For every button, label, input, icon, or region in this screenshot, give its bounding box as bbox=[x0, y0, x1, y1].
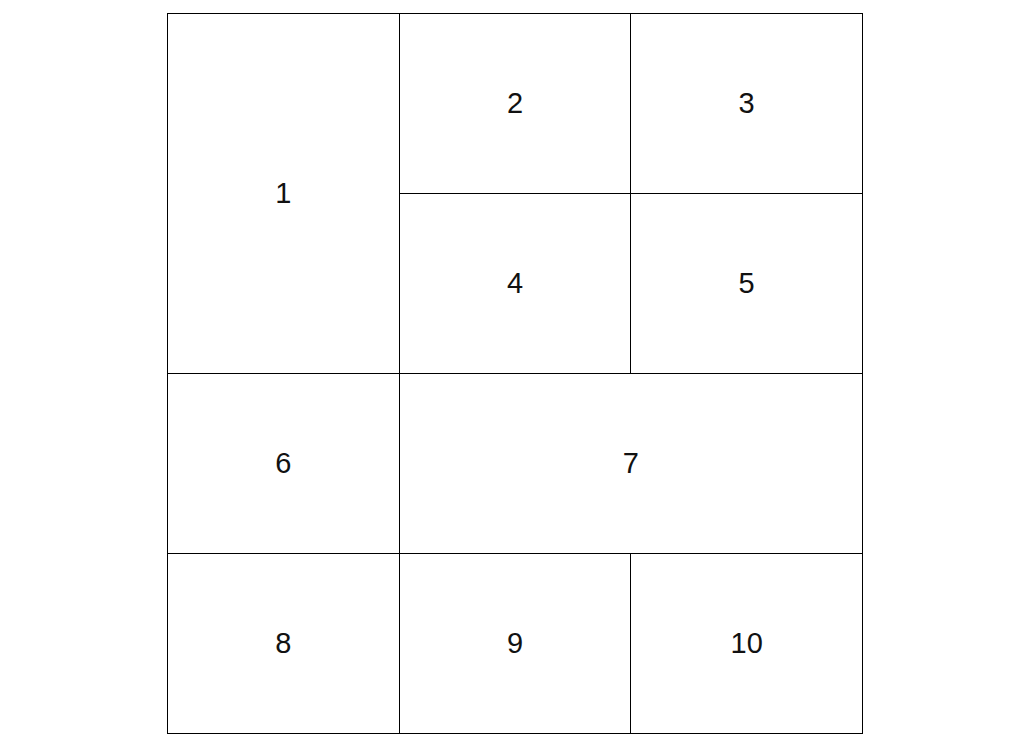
cell-6: 6 bbox=[167, 373, 399, 553]
cell-5: 5 bbox=[630, 193, 862, 373]
cell-1-label: 1 bbox=[275, 179, 291, 208]
cell-8-label: 8 bbox=[275, 629, 291, 658]
cell-6-label: 6 bbox=[275, 449, 291, 478]
cell-7: 7 bbox=[399, 373, 862, 553]
cell-5-label: 5 bbox=[739, 269, 755, 298]
cell-9: 9 bbox=[399, 553, 631, 733]
cell-7-label: 7 bbox=[623, 449, 639, 478]
cell-10: 10 bbox=[630, 553, 862, 733]
cell-4-label: 4 bbox=[507, 269, 523, 298]
cell-2-label: 2 bbox=[507, 89, 523, 118]
cell-9-label: 9 bbox=[507, 629, 523, 658]
cell-8: 8 bbox=[167, 553, 399, 733]
cell-3-label: 3 bbox=[739, 89, 755, 118]
cell-2: 2 bbox=[399, 13, 631, 193]
partition-grid: 1 2 3 4 5 6 7 8 9 10 bbox=[167, 13, 863, 734]
cell-4: 4 bbox=[399, 193, 631, 373]
cell-10-label: 10 bbox=[731, 629, 763, 658]
cell-3: 3 bbox=[630, 13, 862, 193]
page: 1 2 3 4 5 6 7 8 9 10 bbox=[0, 0, 1027, 745]
cell-1: 1 bbox=[167, 13, 399, 373]
